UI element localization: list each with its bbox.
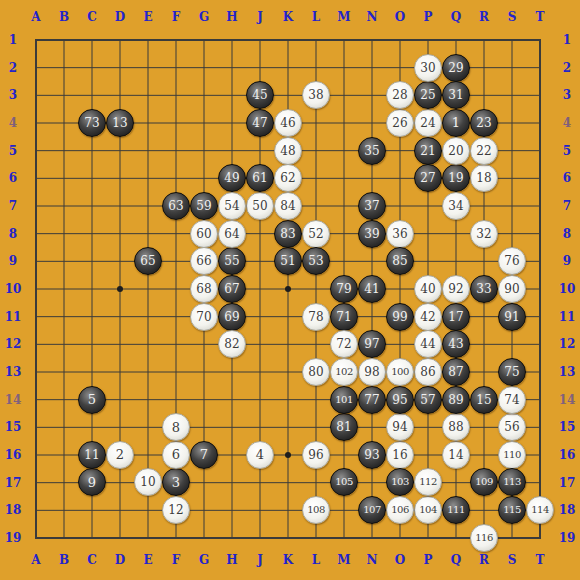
stone-white-4: 4 [246, 441, 274, 469]
stone-black-91: 91 [498, 303, 526, 331]
stone-black-111: 111 [442, 496, 470, 524]
move-number: 73 [84, 117, 99, 129]
stone-white-114: 114 [526, 496, 554, 524]
stone-white-26: 26 [386, 109, 414, 137]
column-label-bottom-K: K [283, 553, 293, 567]
move-number: 72 [336, 338, 351, 350]
move-number: 19 [448, 172, 463, 184]
column-label-top-O: O [395, 10, 405, 24]
column-label-top-Q: Q [451, 10, 461, 24]
stone-white-88: 88 [442, 413, 470, 441]
stone-white-116: 116 [470, 524, 498, 552]
move-number: 39 [364, 228, 379, 240]
column-label-bottom-N: N [367, 553, 378, 567]
stone-white-108: 108 [302, 496, 330, 524]
stone-black-101: 101 [330, 386, 358, 414]
stone-black-37: 37 [358, 192, 386, 220]
column-label-top-F: F [172, 10, 181, 24]
column-label-bottom-C: C [87, 553, 97, 567]
move-number: 53 [308, 255, 323, 267]
move-number: 14 [448, 449, 463, 461]
stone-black-11: 11 [78, 441, 106, 469]
row-label-right-8: 8 [563, 227, 571, 241]
column-label-top-J: J [257, 10, 263, 24]
row-label-right-11: 11 [559, 310, 576, 324]
column-label-top-P: P [423, 10, 432, 24]
stone-white-80: 80 [302, 358, 330, 386]
stone-black-61: 61 [246, 164, 274, 192]
stone-black-19: 19 [442, 164, 470, 192]
move-number: 91 [504, 311, 519, 323]
column-label-bottom-T: T [536, 553, 545, 567]
move-number: 22 [476, 145, 491, 157]
move-number: 89 [448, 394, 463, 406]
move-number: 104 [419, 505, 437, 515]
stone-white-62: 62 [274, 164, 302, 192]
column-label-bottom-A: A [31, 553, 40, 567]
stone-black-15: 15 [470, 386, 498, 414]
move-number: 17 [448, 311, 463, 323]
row-label-left-7: 7 [9, 199, 17, 213]
stone-black-35: 35 [358, 137, 386, 165]
row-label-left-6: 6 [9, 171, 17, 185]
stone-black-29: 29 [442, 54, 470, 82]
stone-white-78: 78 [302, 303, 330, 331]
move-number: 88 [448, 421, 463, 433]
column-label-bottom-L: L [312, 553, 320, 567]
column-label-bottom-H: H [226, 553, 237, 567]
stone-black-67: 67 [218, 275, 246, 303]
move-number: 48 [280, 145, 295, 157]
row-label-right-19: 19 [559, 531, 576, 545]
stone-black-75: 75 [498, 358, 526, 386]
row-label-right-16: 16 [559, 448, 576, 462]
stone-black-97: 97 [358, 330, 386, 358]
move-number: 26 [392, 117, 407, 129]
stone-white-24: 24 [414, 109, 442, 137]
stone-white-16: 16 [386, 441, 414, 469]
stone-white-50: 50 [246, 192, 274, 220]
row-label-right-18: 18 [559, 503, 576, 517]
row-label-right-14: 14 [559, 393, 576, 407]
stone-white-90: 90 [498, 275, 526, 303]
stone-white-56: 56 [498, 413, 526, 441]
move-number: 82 [224, 338, 239, 350]
move-number: 25 [420, 89, 435, 101]
stone-white-48: 48 [274, 137, 302, 165]
stone-white-70: 70 [190, 303, 218, 331]
move-number: 6 [172, 448, 180, 461]
stone-black-115: 115 [498, 496, 526, 524]
stone-black-49: 49 [218, 164, 246, 192]
stone-black-45: 45 [246, 81, 274, 109]
stone-black-63: 63 [162, 192, 190, 220]
move-number: 51 [280, 255, 295, 267]
stone-white-92: 92 [442, 275, 470, 303]
row-label-left-18: 18 [5, 503, 22, 517]
column-label-bottom-G: G [199, 553, 209, 567]
stone-black-89: 89 [442, 386, 470, 414]
move-number: 74 [504, 394, 519, 406]
move-number: 81 [336, 421, 351, 433]
move-number: 33 [476, 283, 491, 295]
move-number: 95 [392, 394, 407, 406]
move-number: 102 [335, 367, 353, 377]
move-number: 12 [168, 504, 183, 516]
stone-black-73: 73 [78, 109, 106, 137]
move-number: 23 [476, 117, 491, 129]
stone-black-27: 27 [414, 164, 442, 192]
stone-black-71: 71 [330, 303, 358, 331]
stone-black-23: 23 [470, 109, 498, 137]
stone-white-34: 34 [442, 192, 470, 220]
stone-black-87: 87 [442, 358, 470, 386]
stone-black-65: 65 [134, 247, 162, 275]
move-number: 64 [224, 228, 239, 240]
stone-black-95: 95 [386, 386, 414, 414]
stone-white-2: 2 [106, 441, 134, 469]
stone-white-52: 52 [302, 220, 330, 248]
stone-black-53: 53 [302, 247, 330, 275]
move-number: 3 [172, 476, 180, 489]
row-label-left-17: 17 [5, 476, 22, 490]
move-number: 62 [280, 172, 295, 184]
stone-white-82: 82 [218, 330, 246, 358]
row-label-left-12: 12 [5, 337, 22, 351]
move-number: 37 [364, 200, 379, 212]
stone-black-17: 17 [442, 303, 470, 331]
column-label-top-S: S [508, 10, 517, 24]
move-number: 36 [392, 228, 407, 240]
stone-white-112: 112 [414, 468, 442, 496]
move-number: 43 [448, 338, 463, 350]
row-label-left-8: 8 [9, 227, 17, 241]
move-number: 93 [364, 449, 379, 461]
move-number: 35 [364, 145, 379, 157]
move-number: 80 [308, 366, 323, 378]
move-number: 71 [336, 311, 351, 323]
column-label-bottom-F: F [172, 553, 181, 567]
stone-white-72: 72 [330, 330, 358, 358]
move-number: 67 [224, 283, 239, 295]
row-label-left-5: 5 [9, 144, 17, 158]
column-label-top-T: T [536, 10, 545, 24]
move-number: 44 [420, 338, 435, 350]
stone-white-36: 36 [386, 220, 414, 248]
stone-black-47: 47 [246, 109, 274, 137]
move-number: 76 [504, 255, 519, 267]
move-number: 68 [196, 283, 211, 295]
move-number: 84 [280, 200, 295, 212]
stones-grid: 1234567891011121314151617181920212223242… [22, 26, 554, 552]
go-board[interactable]: AABBCCDDEEFFGGHHJJKKLLMMNNOOPPQQRRSSTT11… [0, 0, 580, 580]
row-label-left-4: 4 [9, 116, 17, 130]
move-number: 96 [308, 449, 323, 461]
move-number: 57 [420, 394, 435, 406]
move-number: 59 [196, 200, 211, 212]
move-number: 1 [452, 116, 460, 129]
move-number: 83 [280, 228, 295, 240]
column-label-top-L: L [312, 10, 320, 24]
move-number: 31 [448, 89, 463, 101]
stone-black-107: 107 [358, 496, 386, 524]
move-number: 8 [172, 421, 180, 434]
row-label-left-19: 19 [5, 531, 22, 545]
column-label-top-C: C [87, 10, 97, 24]
column-label-bottom-J: J [257, 553, 263, 567]
stone-white-94: 94 [386, 413, 414, 441]
move-number: 114 [531, 505, 549, 515]
column-label-top-N: N [367, 10, 378, 24]
column-label-top-H: H [226, 10, 237, 24]
move-number: 109 [475, 477, 493, 487]
stone-white-84: 84 [274, 192, 302, 220]
move-number: 61 [252, 172, 267, 184]
stone-black-41: 41 [358, 275, 386, 303]
move-number: 105 [335, 477, 353, 487]
row-label-right-6: 6 [563, 171, 571, 185]
stone-white-74: 74 [498, 386, 526, 414]
move-number: 42 [420, 311, 435, 323]
move-number: 45 [252, 89, 267, 101]
move-number: 79 [336, 283, 351, 295]
row-label-right-10: 10 [559, 282, 576, 296]
move-number: 66 [196, 255, 211, 267]
stone-black-1: 1 [442, 109, 470, 137]
stone-black-81: 81 [330, 413, 358, 441]
column-label-bottom-O: O [395, 553, 405, 567]
move-number: 86 [420, 366, 435, 378]
stone-black-39: 39 [358, 220, 386, 248]
move-number: 103 [391, 477, 409, 487]
stone-black-25: 25 [414, 81, 442, 109]
move-number: 87 [448, 366, 463, 378]
row-label-left-2: 2 [9, 61, 17, 75]
move-number: 100 [391, 367, 409, 377]
stone-black-33: 33 [470, 275, 498, 303]
stone-black-59: 59 [190, 192, 218, 220]
stone-white-54: 54 [218, 192, 246, 220]
stone-white-32: 32 [470, 220, 498, 248]
column-label-bottom-P: P [423, 553, 432, 567]
move-number: 78 [308, 311, 323, 323]
stone-white-18: 18 [470, 164, 498, 192]
stone-black-55: 55 [218, 247, 246, 275]
stone-white-6: 6 [162, 441, 190, 469]
move-number: 2 [116, 448, 124, 461]
move-number: 111 [447, 505, 465, 515]
move-number: 49 [224, 172, 239, 184]
row-label-left-16: 16 [5, 448, 22, 462]
column-label-bottom-M: M [337, 553, 350, 567]
stone-black-113: 113 [498, 468, 526, 496]
stone-white-102: 102 [330, 358, 358, 386]
column-label-bottom-D: D [115, 553, 125, 567]
stone-white-8: 8 [162, 413, 190, 441]
move-number: 13 [112, 117, 127, 129]
stone-white-28: 28 [386, 81, 414, 109]
stone-black-93: 93 [358, 441, 386, 469]
stone-white-76: 76 [498, 247, 526, 275]
stone-white-104: 104 [414, 496, 442, 524]
stone-white-110: 110 [498, 441, 526, 469]
move-number: 55 [224, 255, 239, 267]
move-number: 113 [503, 477, 521, 487]
stone-white-14: 14 [442, 441, 470, 469]
move-number: 77 [364, 394, 379, 406]
stone-black-21: 21 [414, 137, 442, 165]
row-label-right-9: 9 [563, 254, 571, 268]
move-number: 63 [168, 200, 183, 212]
stone-white-42: 42 [414, 303, 442, 331]
move-number: 116 [475, 533, 493, 543]
stone-white-100: 100 [386, 358, 414, 386]
move-number: 30 [420, 62, 435, 74]
stone-black-43: 43 [442, 330, 470, 358]
stone-black-105: 105 [330, 468, 358, 496]
stone-black-99: 99 [386, 303, 414, 331]
move-number: 24 [420, 117, 435, 129]
row-label-right-5: 5 [563, 144, 571, 158]
stone-black-57: 57 [414, 386, 442, 414]
stone-white-12: 12 [162, 496, 190, 524]
stone-white-46: 46 [274, 109, 302, 137]
stone-black-9: 9 [78, 468, 106, 496]
move-number: 106 [391, 505, 409, 515]
stone-black-85: 85 [386, 247, 414, 275]
move-number: 15 [476, 394, 491, 406]
column-label-top-A: A [31, 10, 40, 24]
row-label-left-1: 1 [9, 33, 17, 47]
move-number: 29 [448, 62, 463, 74]
column-label-bottom-R: R [479, 553, 489, 567]
column-label-top-M: M [337, 10, 350, 24]
stone-black-109: 109 [470, 468, 498, 496]
row-label-right-1: 1 [563, 33, 571, 47]
row-label-left-9: 9 [9, 254, 17, 268]
move-number: 115 [503, 505, 521, 515]
move-number: 40 [420, 283, 435, 295]
move-number: 9 [88, 476, 96, 489]
move-number: 60 [196, 228, 211, 240]
move-number: 99 [392, 311, 407, 323]
stone-black-77: 77 [358, 386, 386, 414]
stone-black-31: 31 [442, 81, 470, 109]
move-number: 47 [252, 117, 267, 129]
column-label-bottom-S: S [508, 553, 517, 567]
move-number: 107 [363, 505, 381, 515]
row-label-left-10: 10 [5, 282, 22, 296]
stone-black-79: 79 [330, 275, 358, 303]
stone-white-66: 66 [190, 247, 218, 275]
move-number: 52 [308, 228, 323, 240]
stone-black-69: 69 [218, 303, 246, 331]
row-label-right-17: 17 [559, 476, 576, 490]
row-label-left-11: 11 [5, 310, 22, 324]
column-label-top-K: K [283, 10, 293, 24]
row-label-left-13: 13 [5, 365, 22, 379]
stone-white-38: 38 [302, 81, 330, 109]
move-number: 21 [420, 145, 435, 157]
row-label-right-15: 15 [559, 420, 576, 434]
move-number: 70 [196, 311, 211, 323]
stone-white-106: 106 [386, 496, 414, 524]
column-label-top-B: B [59, 10, 69, 24]
move-number: 75 [504, 366, 519, 378]
move-number: 5 [88, 393, 96, 406]
move-number: 34 [448, 200, 463, 212]
row-label-left-15: 15 [5, 420, 22, 434]
move-number: 92 [448, 283, 463, 295]
column-label-top-D: D [115, 10, 125, 24]
move-number: 97 [364, 338, 379, 350]
move-number: 110 [503, 450, 521, 460]
move-number: 38 [308, 89, 323, 101]
row-label-right-13: 13 [559, 365, 576, 379]
stone-white-22: 22 [470, 137, 498, 165]
column-label-top-E: E [143, 10, 152, 24]
stone-black-83: 83 [274, 220, 302, 248]
move-number: 7 [200, 448, 208, 461]
row-label-right-3: 3 [563, 88, 571, 102]
move-number: 54 [224, 200, 239, 212]
row-label-right-2: 2 [563, 61, 571, 75]
move-number: 112 [419, 477, 437, 487]
column-label-bottom-B: B [59, 553, 69, 567]
stone-black-7: 7 [190, 441, 218, 469]
move-number: 56 [504, 421, 519, 433]
move-number: 90 [504, 283, 519, 295]
row-label-right-4: 4 [563, 116, 571, 130]
stone-white-60: 60 [190, 220, 218, 248]
move-number: 65 [140, 255, 155, 267]
move-number: 10 [140, 476, 155, 488]
row-label-left-3: 3 [9, 88, 17, 102]
row-label-right-12: 12 [559, 337, 576, 351]
stone-white-30: 30 [414, 54, 442, 82]
stone-black-51: 51 [274, 247, 302, 275]
stone-white-64: 64 [218, 220, 246, 248]
move-number: 32 [476, 228, 491, 240]
move-number: 108 [307, 505, 325, 515]
move-number: 28 [392, 89, 407, 101]
column-label-top-R: R [479, 10, 489, 24]
stone-white-68: 68 [190, 275, 218, 303]
move-number: 85 [392, 255, 407, 267]
stone-white-40: 40 [414, 275, 442, 303]
move-number: 18 [476, 172, 491, 184]
stone-white-96: 96 [302, 441, 330, 469]
move-number: 16 [392, 449, 407, 461]
move-number: 50 [252, 200, 267, 212]
move-number: 46 [280, 117, 295, 129]
column-label-bottom-E: E [143, 553, 152, 567]
stone-black-103: 103 [386, 468, 414, 496]
move-number: 4 [256, 448, 264, 461]
stone-black-3: 3 [162, 468, 190, 496]
move-number: 27 [420, 172, 435, 184]
move-number: 98 [364, 366, 379, 378]
move-number: 20 [448, 145, 463, 157]
stone-white-10: 10 [134, 468, 162, 496]
move-number: 69 [224, 311, 239, 323]
row-label-right-7: 7 [563, 199, 571, 213]
row-label-left-14: 14 [5, 393, 22, 407]
move-number: 101 [335, 395, 353, 405]
move-number: 41 [364, 283, 379, 295]
column-label-top-G: G [199, 10, 209, 24]
stone-white-86: 86 [414, 358, 442, 386]
